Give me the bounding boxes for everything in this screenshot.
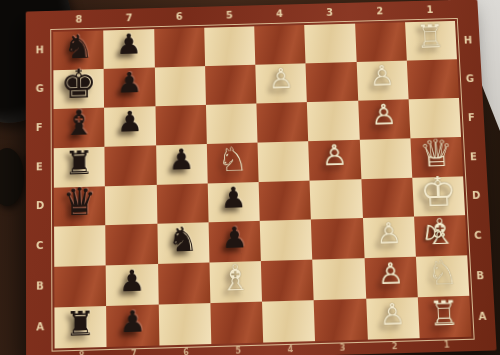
- black-pawn-e6: ♟: [156, 140, 208, 181]
- white-pawn-e3: ♙: [308, 135, 360, 176]
- rank-label-bottom-3: 3: [339, 343, 345, 352]
- rank-label-top-8: 8: [75, 14, 82, 25]
- file-label-left-C: C: [36, 240, 43, 251]
- file-label-right-B: B: [476, 270, 484, 281]
- square-e7: [105, 145, 157, 186]
- square-d3: [310, 179, 363, 220]
- rank-label-bottom-8: 8: [79, 351, 85, 355]
- file-label-right-G: G: [466, 73, 475, 84]
- file-label-left-E: E: [36, 161, 43, 172]
- square-d8: ♛: [54, 186, 106, 227]
- black-pawn-g7: ♟: [104, 64, 155, 104]
- rank-label-bottom-5: 5: [235, 346, 241, 355]
- white-bishop-b5: ♗: [209, 257, 262, 299]
- black-knight-c6: ♞: [157, 219, 209, 260]
- square-e2: [359, 138, 412, 179]
- square-h1: ♖: [405, 21, 457, 61]
- square-a3: [314, 299, 367, 341]
- square-d4: [259, 180, 312, 221]
- rank-label-top-1: 1: [426, 4, 433, 15]
- square-b4: [261, 260, 314, 302]
- rank-label-top-4: 4: [276, 8, 283, 19]
- file-label-right-F: F: [468, 112, 475, 123]
- square-e4: [257, 141, 309, 182]
- white-rook-a1: ♖: [417, 292, 471, 334]
- black-pawn-b7: ♟: [106, 260, 158, 302]
- white-pawn-b2: ♙: [364, 253, 417, 295]
- table-shadow-blob: [0, 148, 24, 206]
- file-label-left-H: H: [36, 44, 44, 55]
- file-label-left-D: D: [36, 200, 44, 211]
- square-b3: [312, 258, 365, 300]
- white-knight-e5: ♘: [206, 138, 258, 179]
- white-pawn-c2: ♙: [362, 213, 415, 254]
- square-e3: ♙: [308, 139, 360, 180]
- black-bishop-f8: ♝: [54, 104, 105, 144]
- black-pawn-d5: ♟: [207, 178, 259, 219]
- black-queen-d8: ♛: [54, 182, 106, 223]
- white-pawn-g2: ♙: [356, 57, 408, 97]
- square-f7: ♟: [104, 106, 155, 146]
- black-pawn-a7: ♟: [106, 301, 159, 343]
- square-f2: ♙: [358, 99, 410, 139]
- white-pawn-a2: ♙: [366, 293, 420, 335]
- file-label-right-H: H: [464, 35, 473, 46]
- square-c8: [54, 226, 106, 268]
- file-label-right-A: A: [478, 311, 486, 322]
- square-g3: [306, 62, 358, 102]
- black-pawn-c5: ♟: [208, 217, 261, 258]
- black-pawn-h7: ♟: [103, 25, 154, 65]
- white-knight-b1: ♘: [415, 252, 469, 294]
- square-a1: ♖: [418, 296, 472, 338]
- square-a2: ♙: [366, 297, 420, 339]
- white-pawn-f2: ♙: [358, 95, 410, 135]
- square-g4: ♙: [255, 63, 307, 103]
- square-c4: [260, 220, 313, 261]
- square-a7: ♟: [106, 305, 159, 347]
- square-b5: ♗: [209, 261, 262, 303]
- rank-label-top-2: 2: [376, 6, 383, 17]
- square-g6: [154, 66, 205, 106]
- rank-label-bottom-4: 4: [287, 345, 293, 354]
- square-h6: [154, 28, 205, 68]
- white-king-d1: ♔: [412, 172, 465, 213]
- square-g5: [205, 65, 257, 105]
- square-g1: [407, 59, 459, 99]
- file-label-right-C: C: [474, 230, 482, 241]
- rank-label-bottom-6: 6: [183, 348, 189, 355]
- square-e6: ♟: [156, 144, 208, 185]
- square-h3: [304, 24, 356, 64]
- square-f4: [256, 102, 308, 142]
- board-grid: ♞♟♖♚♟♙♙♝♟♙♜♟♘♙♕♛♟♔♞♟♙♗♟♗♙♘♜♟♙♖: [53, 21, 471, 349]
- file-label-left-A: A: [36, 321, 44, 332]
- black-king-g8: ♚: [53, 65, 104, 105]
- square-d7: [105, 184, 157, 225]
- square-a4: [262, 300, 315, 342]
- file-label-left-F: F: [36, 122, 43, 133]
- file-label-right-E: E: [470, 151, 477, 162]
- file-label-right-D: D: [472, 190, 481, 201]
- white-pawn-g4: ♙: [255, 59, 307, 99]
- rank-label-bottom-2: 2: [391, 342, 397, 351]
- rank-label-top-6: 6: [176, 11, 183, 22]
- fallen-white-pawn-icon: ♙: [419, 220, 451, 247]
- square-b6: [158, 263, 211, 305]
- rank-label-top-5: 5: [226, 10, 233, 21]
- black-rook-e8: ♜: [54, 143, 105, 184]
- chess-board: ♞♟♖♚♟♙♙♝♟♙♜♟♘♙♕♛♟♔♞♟♙♗♟♗♙♘♜♟♙♖ ♙ HHGGFFE…: [26, 0, 497, 355]
- rank-label-bottom-1: 1: [444, 340, 450, 349]
- black-pawn-f7: ♟: [104, 102, 155, 142]
- file-label-left-B: B: [36, 280, 44, 291]
- rank-label-top-3: 3: [326, 7, 333, 18]
- square-a5: [210, 302, 263, 344]
- rank-label-top-7: 7: [125, 12, 132, 23]
- square-c3: [311, 218, 364, 259]
- square-a8: ♜: [54, 306, 106, 348]
- square-c6: ♞: [157, 223, 209, 265]
- rank-label-bottom-7: 7: [131, 349, 137, 355]
- square-h5: [204, 26, 255, 66]
- square-a6: [158, 303, 211, 345]
- black-rook-a8: ♜: [54, 302, 106, 344]
- file-label-left-G: G: [36, 83, 44, 94]
- white-rook-h1: ♖: [405, 17, 457, 57]
